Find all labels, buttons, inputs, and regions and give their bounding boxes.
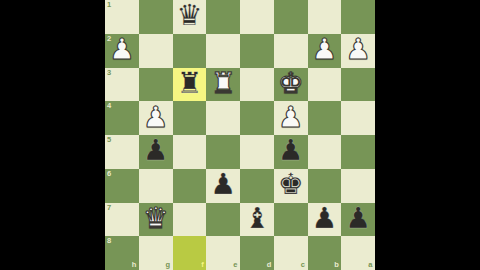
piece-black-pawn-e6[interactable]: ♟ <box>210 170 236 199</box>
piece-white-pawn-g4[interactable]: ♟ <box>143 103 169 132</box>
square-e7[interactable] <box>206 203 240 237</box>
square-h5[interactable]: 5 <box>105 135 139 169</box>
square-g3[interactable] <box>139 68 173 102</box>
piece-white-pawn-a2[interactable]: ♟ <box>345 35 371 64</box>
square-d7[interactable]: ♝ <box>240 203 274 237</box>
square-g1[interactable] <box>139 0 173 34</box>
square-h2[interactable]: 2♟ <box>105 34 139 68</box>
file-label-d: d <box>267 261 272 269</box>
square-e2[interactable] <box>206 34 240 68</box>
square-b7[interactable]: ♟ <box>308 203 342 237</box>
piece-black-rook-f3[interactable]: ♜ <box>176 69 202 98</box>
file-label-f: f <box>201 261 204 269</box>
square-a8[interactable]: a <box>341 236 375 270</box>
square-a2[interactable]: ♟ <box>341 34 375 68</box>
square-c2[interactable] <box>274 34 308 68</box>
video-frame: 1♛2♟♟♟3♜♜♚4♟♟5♟♟6♟♚7♛♝♟♟8hgfedcba <box>0 0 480 270</box>
square-g5[interactable]: ♟ <box>139 135 173 169</box>
chess-board: 1♛2♟♟♟3♜♜♚4♟♟5♟♟6♟♚7♛♝♟♟8hgfedcba <box>105 0 375 270</box>
piece-black-pawn-a7[interactable]: ♟ <box>345 204 371 233</box>
square-b2[interactable]: ♟ <box>308 34 342 68</box>
piece-white-queen-g7[interactable]: ♛ <box>143 204 169 233</box>
rank-label-4: 4 <box>107 102 111 110</box>
square-h1[interactable]: 1 <box>105 0 139 34</box>
square-f3[interactable]: ♜ <box>173 68 207 102</box>
file-label-e: e <box>233 261 237 269</box>
square-d4[interactable] <box>240 101 274 135</box>
square-e5[interactable] <box>206 135 240 169</box>
square-c7[interactable] <box>274 203 308 237</box>
piece-black-pawn-b7[interactable]: ♟ <box>311 204 337 233</box>
square-b4[interactable] <box>308 101 342 135</box>
rank-label-7: 7 <box>107 204 111 212</box>
square-h7[interactable]: 7 <box>105 203 139 237</box>
piece-white-king-c3[interactable]: ♚ <box>278 69 304 98</box>
square-d5[interactable] <box>240 135 274 169</box>
square-g7[interactable]: ♛ <box>139 203 173 237</box>
square-e4[interactable] <box>206 101 240 135</box>
square-g4[interactable]: ♟ <box>139 101 173 135</box>
square-h6[interactable]: 6 <box>105 169 139 203</box>
piece-white-rook-e3[interactable]: ♜ <box>210 69 236 98</box>
square-b6[interactable] <box>308 169 342 203</box>
piece-black-king-c6[interactable]: ♚ <box>278 170 304 199</box>
square-d2[interactable] <box>240 34 274 68</box>
piece-black-queen-f1[interactable]: ♛ <box>176 1 202 30</box>
rank-label-5: 5 <box>107 136 111 144</box>
square-d1[interactable] <box>240 0 274 34</box>
square-f1[interactable]: ♛ <box>173 0 207 34</box>
piece-white-pawn-b2[interactable]: ♟ <box>311 35 337 64</box>
square-e1[interactable] <box>206 0 240 34</box>
square-g2[interactable] <box>139 34 173 68</box>
file-label-g: g <box>165 261 170 269</box>
square-d8[interactable]: d <box>240 236 274 270</box>
rank-label-1: 1 <box>107 1 111 9</box>
square-a1[interactable] <box>341 0 375 34</box>
piece-black-pawn-c5[interactable]: ♟ <box>278 136 304 165</box>
file-label-h: h <box>132 261 137 269</box>
square-a3[interactable] <box>341 68 375 102</box>
square-a4[interactable] <box>341 101 375 135</box>
square-b1[interactable] <box>308 0 342 34</box>
square-f2[interactable] <box>173 34 207 68</box>
square-c4[interactable]: ♟ <box>274 101 308 135</box>
file-label-b: b <box>334 261 339 269</box>
square-f8[interactable]: f <box>173 236 207 270</box>
square-e6[interactable]: ♟ <box>206 169 240 203</box>
square-a7[interactable]: ♟ <box>341 203 375 237</box>
square-f6[interactable] <box>173 169 207 203</box>
square-c8[interactable]: c <box>274 236 308 270</box>
square-d6[interactable] <box>240 169 274 203</box>
file-label-c: c <box>301 261 305 269</box>
rank-label-3: 3 <box>107 69 111 77</box>
square-c1[interactable] <box>274 0 308 34</box>
square-b5[interactable] <box>308 135 342 169</box>
square-e8[interactable]: e <box>206 236 240 270</box>
square-c5[interactable]: ♟ <box>274 135 308 169</box>
rank-label-6: 6 <box>107 170 111 178</box>
piece-white-pawn-h2[interactable]: ♟ <box>109 35 135 64</box>
piece-white-pawn-c4[interactable]: ♟ <box>278 103 304 132</box>
square-h8[interactable]: 8h <box>105 236 139 270</box>
square-e3[interactable]: ♜ <box>206 68 240 102</box>
square-a5[interactable] <box>341 135 375 169</box>
square-h3[interactable]: 3 <box>105 68 139 102</box>
square-g8[interactable]: g <box>139 236 173 270</box>
square-f4[interactable] <box>173 101 207 135</box>
file-label-a: a <box>368 261 372 269</box>
square-c6[interactable]: ♚ <box>274 169 308 203</box>
square-h4[interactable]: 4 <box>105 101 139 135</box>
square-g6[interactable] <box>139 169 173 203</box>
square-d3[interactable] <box>240 68 274 102</box>
square-b8[interactable]: b <box>308 236 342 270</box>
rank-label-8: 8 <box>107 237 111 245</box>
square-b3[interactable] <box>308 68 342 102</box>
piece-black-pawn-g5[interactable]: ♟ <box>143 136 169 165</box>
square-f5[interactable] <box>173 135 207 169</box>
square-c3[interactable]: ♚ <box>274 68 308 102</box>
piece-black-bishop-d7[interactable]: ♝ <box>244 204 270 233</box>
square-a6[interactable] <box>341 169 375 203</box>
square-f7[interactable] <box>173 203 207 237</box>
